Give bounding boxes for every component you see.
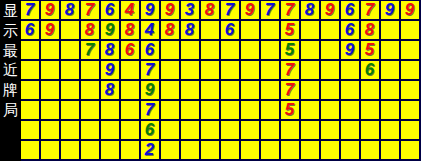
grid-cell-empty <box>41 141 61 161</box>
grid-cell-number: 9 <box>241 1 261 21</box>
grid-cell-empty <box>161 41 181 61</box>
grid-cell-empty <box>241 101 261 121</box>
grid-cell-empty <box>201 21 221 41</box>
grid-cell-empty <box>321 41 341 61</box>
grid-cell-number: 9 <box>41 1 61 21</box>
grid-cell-number: 8 <box>201 1 221 21</box>
grid-cell-empty <box>121 101 141 121</box>
grid-cell-empty <box>201 121 221 141</box>
grid-cell-empty <box>41 101 61 121</box>
grid-cell-empty <box>81 121 101 141</box>
grid-cell-empty <box>381 61 401 81</box>
grid-cell-number: 6 <box>141 121 161 141</box>
grid-cell-empty <box>381 41 401 61</box>
grid-cell-empty <box>261 121 281 141</box>
grid-cell-empty <box>401 141 421 161</box>
grid-cell-empty <box>121 81 141 101</box>
grid-cell-empty <box>221 81 241 101</box>
grid-cell-number: 9 <box>101 21 121 41</box>
grid-cell-number: 6 <box>101 1 121 21</box>
grid-cell-empty <box>321 61 341 81</box>
grid-cell-empty <box>61 41 81 61</box>
grid-cell-empty <box>381 81 401 101</box>
grid-cell-empty <box>401 61 421 81</box>
grid-cell-empty <box>201 41 221 61</box>
grid-cell-empty <box>241 121 261 141</box>
grid-cell-empty <box>61 101 81 121</box>
grid-cell-empty <box>21 101 41 121</box>
grid-cell-empty <box>321 101 341 121</box>
grid-cell-empty <box>321 141 341 161</box>
grid-cell-empty <box>221 41 241 61</box>
grid-cell-empty <box>261 141 281 161</box>
grid-cell-empty <box>201 61 221 81</box>
grid-cell-empty <box>301 21 321 41</box>
grid-cell-empty <box>241 141 261 161</box>
grid-cell-empty <box>381 21 401 41</box>
grid-cell-empty <box>381 121 401 141</box>
grid-cell-number: 7 <box>221 1 241 21</box>
grid-cell-number: 8 <box>121 21 141 41</box>
grid-cell-empty <box>101 141 121 161</box>
grid-cell-empty <box>61 141 81 161</box>
grid-cell-empty <box>301 61 321 81</box>
grid-cell-empty <box>221 61 241 81</box>
grid-cell-number: 8 <box>361 21 381 41</box>
grid-cell-empty <box>21 61 41 81</box>
grid-cell-empty <box>81 61 101 81</box>
grid-cell-empty <box>201 101 221 121</box>
grid-cell-empty <box>381 141 401 161</box>
grid-cell-number: 8 <box>301 1 321 21</box>
grid-cell-empty <box>161 141 181 161</box>
grid-cell-empty <box>201 141 221 161</box>
grid-cell-empty <box>261 61 281 81</box>
grid-cell-number: 6 <box>21 21 41 41</box>
grid-cell-number: 7 <box>141 61 161 81</box>
grid-cell-empty <box>281 121 301 141</box>
grid-cell-empty <box>401 21 421 41</box>
grid-cell-number: 8 <box>161 21 181 41</box>
grid-cell-empty <box>321 81 341 101</box>
grid-cell-empty <box>221 101 241 121</box>
grid-cell-number: 4 <box>121 1 141 21</box>
grid-cell-number: 7 <box>21 1 41 21</box>
grid-cell-empty <box>401 41 421 61</box>
grid-cell-number: 7 <box>81 41 101 61</box>
grid-cell-number: 6 <box>341 1 361 21</box>
grid-cell-empty <box>361 141 381 161</box>
grid-cell-number: 6 <box>341 21 361 41</box>
grid-cell-empty <box>321 121 341 141</box>
grid-cell-empty <box>101 101 121 121</box>
grid-cell-empty <box>361 101 381 121</box>
grid-cell-empty <box>161 61 181 81</box>
grid-cell-empty <box>61 21 81 41</box>
grid-cell-number: 6 <box>141 41 161 61</box>
number-grid: 7987649938797789679969898488656878665959… <box>21 0 421 161</box>
grid-cell-number: 9 <box>401 1 421 21</box>
grid-cell-number: 9 <box>321 1 341 21</box>
grid-cell-empty <box>161 101 181 121</box>
grid-cell-number: 6 <box>221 21 241 41</box>
grid-cell-empty <box>121 121 141 141</box>
grid-cell-empty <box>261 101 281 121</box>
grid-cell-number: 9 <box>381 1 401 21</box>
grid-cell-empty <box>301 41 321 61</box>
grid-cell-empty <box>261 81 281 101</box>
grid-cell-number: 7 <box>141 101 161 121</box>
grid-cell-number: 9 <box>41 21 61 41</box>
grid-cell-empty <box>61 121 81 141</box>
grid-cell-number: 8 <box>81 21 101 41</box>
grid-cell-number: 8 <box>101 81 121 101</box>
grid-cell-number: 5 <box>281 21 301 41</box>
grid-cell-number: 9 <box>101 61 121 81</box>
grid-cell-empty <box>61 61 81 81</box>
grid-cell-number: 7 <box>281 81 301 101</box>
grid-cell-empty <box>341 101 361 121</box>
grid-cell-empty <box>41 41 61 61</box>
grid-cell-number: 6 <box>121 41 141 61</box>
grid-cell-number: 8 <box>181 21 201 41</box>
grid-cell-empty <box>381 101 401 121</box>
grid-cell-empty <box>61 81 81 101</box>
grid-cell-empty <box>401 121 421 141</box>
grid-cell-number: 7 <box>281 1 301 21</box>
grid-cell-empty <box>341 81 361 101</box>
grid-cell-empty <box>401 81 421 101</box>
grid-cell-number: 2 <box>141 141 161 161</box>
grid-cell-empty <box>361 121 381 141</box>
grid-cell-empty <box>361 81 381 101</box>
grid-cell-number: 3 <box>181 1 201 21</box>
grid-cell-empty <box>181 81 201 101</box>
grid-cell-empty <box>161 81 181 101</box>
grid-cell-empty <box>181 101 201 121</box>
grid-cell-empty <box>301 121 321 141</box>
grid-cell-empty <box>261 41 281 61</box>
grid-cell-empty <box>321 21 341 41</box>
grid-cell-empty <box>281 141 301 161</box>
grid-cell-empty <box>81 101 101 121</box>
grid-cell-number: 7 <box>81 1 101 21</box>
grid-cell-empty <box>81 81 101 101</box>
grid-cell-empty <box>21 41 41 61</box>
grid-cell-empty <box>41 121 61 141</box>
grid-cell-empty <box>241 81 261 101</box>
grid-cell-empty <box>101 121 121 141</box>
grid-cell-empty <box>341 121 361 141</box>
grid-cell-empty <box>341 141 361 161</box>
grid-cell-empty <box>221 141 241 161</box>
grid-cell-empty <box>261 21 281 41</box>
grid-cell-number: 8 <box>101 41 121 61</box>
grid-cell-empty <box>241 61 261 81</box>
grid-cell-number: 5 <box>361 41 381 61</box>
grid-cell-empty <box>81 141 101 161</box>
grid-cell-number: 4 <box>141 21 161 41</box>
grid-cell-number: 6 <box>361 61 381 81</box>
grid-cell-empty <box>341 61 361 81</box>
grid-cell-number: 5 <box>281 41 301 61</box>
panel-title-vertical: 显示最近牌局 <box>0 0 21 161</box>
grid-cell-empty <box>121 141 141 161</box>
grid-cell-number: 8 <box>61 1 81 21</box>
grid-cell-empty <box>21 121 41 141</box>
grid-cell-empty <box>241 21 261 41</box>
grid-cell-empty <box>181 61 201 81</box>
grid-cell-empty <box>201 81 221 101</box>
grid-cell-number: 9 <box>341 41 361 61</box>
grid-cell-number: 7 <box>361 1 381 21</box>
grid-cell-empty <box>21 81 41 101</box>
grid-cell-empty <box>121 61 141 81</box>
grid-cell-empty <box>181 121 201 141</box>
grid-cell-number: 5 <box>281 101 301 121</box>
grid-cell-empty <box>401 101 421 121</box>
grid-cell-empty <box>161 121 181 141</box>
grid-cell-empty <box>21 141 41 161</box>
grid-cell-empty <box>181 141 201 161</box>
grid-cell-empty <box>41 61 61 81</box>
grid-cell-empty <box>301 81 321 101</box>
grid-cell-number: 9 <box>141 81 161 101</box>
grid-cell-empty <box>241 41 261 61</box>
recent-rounds-panel: 显示最近牌局 798764993879778967996989848865687… <box>0 0 421 161</box>
grid-cell-empty <box>301 101 321 121</box>
grid-cell-empty <box>41 81 61 101</box>
grid-cell-number: 9 <box>141 1 161 21</box>
grid-cell-number: 9 <box>161 1 181 21</box>
grid-cell-number: 7 <box>281 61 301 81</box>
grid-cell-empty <box>221 121 241 141</box>
grid-cell-number: 7 <box>261 1 281 21</box>
grid-cell-empty <box>181 41 201 61</box>
grid-cell-empty <box>301 141 321 161</box>
